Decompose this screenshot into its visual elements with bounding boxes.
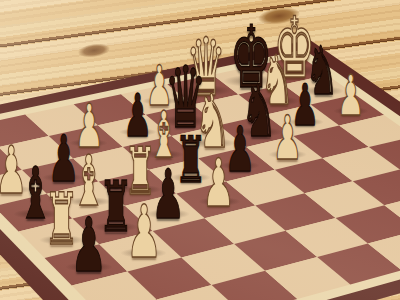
piece-white-pawn[interactable]: ♟ <box>116 213 172 269</box>
chess-photo-scene: ♟♛♚♚♟♟♛♞♞♟♟♝♞♞♟♟♝♝♜♜♟♟♜♜♟♟♟♟ <box>0 0 400 300</box>
piece-white-pawn[interactable]: ♟ <box>264 121 311 168</box>
pawn-icon: ♟ <box>335 68 366 124</box>
pawn-icon: ♟ <box>68 209 109 284</box>
pawn-icon: ♟ <box>201 150 238 217</box>
pawn-icon: ♟ <box>271 107 305 168</box>
piece-white-pawn[interactable]: ♟ <box>329 81 372 124</box>
piece-white-pawn[interactable]: ♟ <box>193 165 244 216</box>
pawn-icon: ♟ <box>123 196 163 269</box>
piece-black-pawn[interactable]: ♟ <box>60 226 117 283</box>
